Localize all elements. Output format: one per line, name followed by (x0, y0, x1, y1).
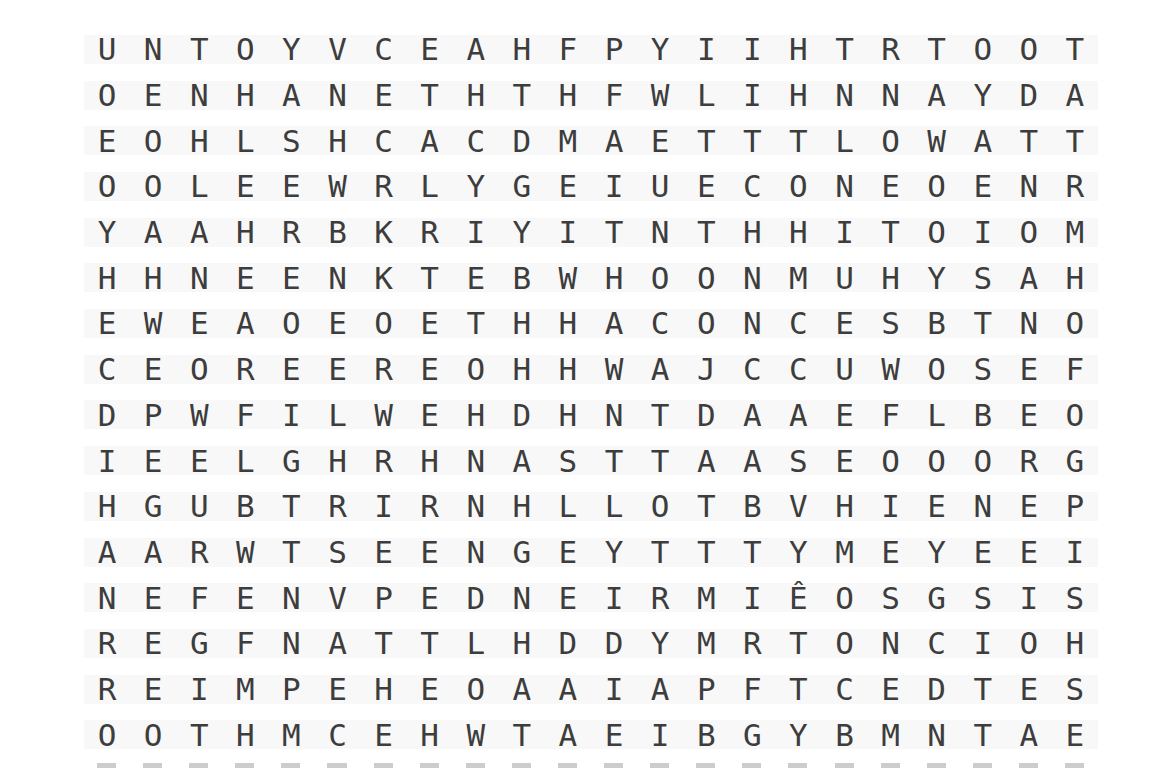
grid-cell[interactable]: O (960, 27, 1006, 73)
grid-cell[interactable]: V (314, 27, 360, 73)
grid-cell[interactable]: S (868, 301, 914, 347)
grid-cell[interactable]: S (314, 530, 360, 576)
grid-cell[interactable]: W (868, 347, 914, 393)
grid-cell[interactable]: T (591, 438, 637, 484)
grid-cell[interactable]: H (84, 484, 130, 530)
grid-cell[interactable]: A (1052, 73, 1098, 119)
grid-cell[interactable]: E (84, 118, 130, 164)
grid-cell[interactable]: E (222, 164, 268, 210)
grid-cell[interactable]: O (683, 301, 729, 347)
grid-cell[interactable]: E (130, 667, 176, 713)
grid-cell[interactable]: H (499, 621, 545, 667)
grid-cell[interactable]: E (222, 255, 268, 301)
grid-cell[interactable]: T (775, 667, 821, 713)
grid-cell[interactable]: E (130, 621, 176, 667)
grid-cell[interactable]: T (637, 530, 683, 576)
grid-cell[interactable]: P (683, 667, 729, 713)
grid-cell[interactable]: W (637, 73, 683, 119)
grid-cell[interactable]: M (545, 118, 591, 164)
grid-cell[interactable]: N (268, 621, 314, 667)
grid-cell[interactable]: O (84, 73, 130, 119)
grid-cell[interactable]: E (868, 667, 914, 713)
grid-cell[interactable]: E (821, 393, 867, 439)
grid-cell[interactable]: A (453, 27, 499, 73)
grid-cell[interactable]: E (314, 301, 360, 347)
grid-cell[interactable]: A (1006, 255, 1052, 301)
grid-cell[interactable]: O (130, 118, 176, 164)
grid-cell[interactable]: H (453, 73, 499, 119)
grid-cell[interactable]: N (176, 255, 222, 301)
grid-cell[interactable]: Y (637, 27, 683, 73)
grid-cell[interactable]: O (1006, 621, 1052, 667)
grid-cell[interactable]: T (683, 530, 729, 576)
grid-cell[interactable]: N (130, 27, 176, 73)
grid-cell[interactable]: A (775, 393, 821, 439)
grid-cell[interactable]: N (453, 484, 499, 530)
grid-cell[interactable]: W (545, 255, 591, 301)
grid-cell[interactable]: O (268, 301, 314, 347)
grid-cell[interactable]: N (821, 164, 867, 210)
grid-cell[interactable]: H (499, 484, 545, 530)
grid-cell[interactable]: O (130, 712, 176, 758)
grid-cell[interactable]: H (545, 73, 591, 119)
grid-cell[interactable]: H (499, 27, 545, 73)
grid-cell[interactable]: C (84, 347, 130, 393)
grid-cell[interactable]: C (637, 301, 683, 347)
grid-cell[interactable]: M (1052, 210, 1098, 256)
grid-cell[interactable]: A (545, 667, 591, 713)
grid-cell[interactable]: H (407, 438, 453, 484)
grid-cell[interactable]: E (1006, 393, 1052, 439)
grid-cell[interactable]: O (914, 210, 960, 256)
grid-cell[interactable]: F (222, 393, 268, 439)
grid-cell[interactable]: B (222, 484, 268, 530)
grid-cell[interactable]: Y (914, 255, 960, 301)
grid-cell[interactable]: S (868, 575, 914, 621)
grid-cell[interactable]: Y (453, 164, 499, 210)
grid-cell[interactable]: N (314, 73, 360, 119)
grid-cell[interactable]: E (1006, 347, 1052, 393)
grid-cell[interactable]: G (176, 621, 222, 667)
grid-cell[interactable]: E (545, 530, 591, 576)
grid-cell[interactable]: P (591, 27, 637, 73)
grid-cell[interactable]: O (637, 255, 683, 301)
grid-cell[interactable]: E (130, 73, 176, 119)
grid-cell[interactable]: M (683, 621, 729, 667)
grid-cell[interactable]: V (775, 484, 821, 530)
grid-cell[interactable]: I (84, 438, 130, 484)
grid-cell[interactable]: A (914, 73, 960, 119)
grid-cell[interactable]: E (683, 164, 729, 210)
grid-cell[interactable]: R (407, 484, 453, 530)
grid-cell[interactable]: O (868, 118, 914, 164)
grid-cell[interactable]: H (407, 712, 453, 758)
grid-cell[interactable]: H (499, 301, 545, 347)
grid-cell[interactable]: A (1006, 712, 1052, 758)
grid-cell[interactable]: H (545, 347, 591, 393)
grid-cell[interactable]: Ê (775, 575, 821, 621)
grid-cell[interactable]: E (130, 347, 176, 393)
grid-cell[interactable]: E (268, 255, 314, 301)
grid-cell[interactable]: L (222, 118, 268, 164)
grid-cell[interactable]: F (176, 575, 222, 621)
grid-cell[interactable]: I (591, 667, 637, 713)
grid-cell[interactable]: O (914, 347, 960, 393)
grid-cell[interactable]: G (499, 164, 545, 210)
grid-cell[interactable]: O (775, 164, 821, 210)
grid-cell[interactable]: O (821, 621, 867, 667)
grid-cell[interactable]: T (683, 484, 729, 530)
grid-cell[interactable]: F (729, 667, 775, 713)
grid-cell[interactable]: T (775, 621, 821, 667)
grid-cell[interactable]: A (268, 73, 314, 119)
grid-cell[interactable]: C (361, 27, 407, 73)
grid-cell[interactable]: N (176, 73, 222, 119)
grid-cell[interactable]: M (683, 575, 729, 621)
grid-cell[interactable]: I (453, 210, 499, 256)
grid-cell[interactable]: I (1006, 575, 1052, 621)
grid-cell[interactable]: H (314, 118, 360, 164)
grid-cell[interactable]: T (407, 621, 453, 667)
grid-cell[interactable]: N (84, 575, 130, 621)
grid-cell[interactable]: E (821, 301, 867, 347)
grid-cell[interactable]: A (960, 118, 1006, 164)
grid-cell[interactable]: N (821, 73, 867, 119)
grid-cell[interactable]: D (914, 667, 960, 713)
grid-cell[interactable]: R (361, 164, 407, 210)
grid-cell[interactable]: C (361, 118, 407, 164)
grid-cell[interactable]: H (729, 210, 775, 256)
grid-cell[interactable]: T (868, 210, 914, 256)
grid-cell[interactable]: K (361, 255, 407, 301)
grid-cell[interactable]: E (130, 438, 176, 484)
grid-cell[interactable]: B (821, 712, 867, 758)
grid-cell[interactable]: H (453, 393, 499, 439)
grid-cell[interactable]: T (683, 118, 729, 164)
grid-cell[interactable]: R (176, 530, 222, 576)
grid-cell[interactable]: U (176, 484, 222, 530)
grid-cell[interactable]: A (683, 438, 729, 484)
grid-cell[interactable]: O (222, 27, 268, 73)
grid-cell[interactable]: V (314, 575, 360, 621)
grid-cell[interactable]: R (637, 575, 683, 621)
grid-cell[interactable]: E (407, 27, 453, 73)
grid-cell[interactable]: I (176, 667, 222, 713)
grid-cell[interactable]: G (499, 530, 545, 576)
grid-cell[interactable]: T (176, 27, 222, 73)
grid-cell[interactable]: L (914, 393, 960, 439)
grid-cell[interactable]: R (84, 667, 130, 713)
grid-cell[interactable]: E (407, 301, 453, 347)
grid-cell[interactable]: Y (591, 530, 637, 576)
grid-cell[interactable]: E (84, 301, 130, 347)
grid-cell[interactable]: H (545, 301, 591, 347)
grid-cell[interactable]: T (268, 530, 314, 576)
grid-cell[interactable]: R (222, 347, 268, 393)
grid-cell[interactable]: Y (775, 712, 821, 758)
grid-cell[interactable]: L (407, 164, 453, 210)
grid-cell[interactable]: N (268, 575, 314, 621)
grid-cell[interactable]: T (361, 621, 407, 667)
grid-cell[interactable]: I (637, 712, 683, 758)
grid-cell[interactable]: E (407, 347, 453, 393)
grid-cell[interactable]: T (729, 530, 775, 576)
grid-cell[interactable]: I (729, 73, 775, 119)
grid-cell[interactable]: E (960, 164, 1006, 210)
grid-cell[interactable]: D (591, 621, 637, 667)
grid-cell[interactable]: L (222, 438, 268, 484)
grid-cell[interactable]: E (821, 438, 867, 484)
grid-cell[interactable]: E (407, 667, 453, 713)
grid-cell[interactable]: O (84, 712, 130, 758)
grid-cell[interactable]: Y (960, 73, 1006, 119)
grid-cell[interactable]: E (222, 575, 268, 621)
grid-cell[interactable]: A (314, 621, 360, 667)
grid-cell[interactable]: M (821, 530, 867, 576)
grid-cell[interactable]: R (868, 27, 914, 73)
grid-cell[interactable]: T (914, 27, 960, 73)
grid-cell[interactable]: C (729, 347, 775, 393)
grid-cell[interactable]: P (268, 667, 314, 713)
grid-cell[interactable]: P (361, 575, 407, 621)
grid-cell[interactable]: Y (637, 621, 683, 667)
grid-cell[interactable]: T (1052, 27, 1098, 73)
grid-cell[interactable]: N (591, 393, 637, 439)
grid-cell[interactable]: I (960, 210, 1006, 256)
grid-cell[interactable]: R (1006, 438, 1052, 484)
grid-cell[interactable]: H (314, 438, 360, 484)
grid-cell[interactable]: F (1052, 347, 1098, 393)
grid-cell[interactable]: N (960, 484, 1006, 530)
grid-cell[interactable]: B (499, 255, 545, 301)
grid-cell[interactable]: G (268, 438, 314, 484)
grid-cell[interactable]: O (176, 347, 222, 393)
grid-cell[interactable]: K (361, 210, 407, 256)
grid-cell[interactable]: E (361, 530, 407, 576)
grid-cell[interactable]: L (591, 484, 637, 530)
grid-cell[interactable]: O (1006, 210, 1052, 256)
grid-cell[interactable]: U (821, 255, 867, 301)
grid-cell[interactable]: R (268, 210, 314, 256)
grid-cell[interactable]: N (1006, 164, 1052, 210)
grid-cell[interactable]: T (176, 712, 222, 758)
grid-cell[interactable]: L (314, 393, 360, 439)
grid-cell[interactable]: Y (914, 530, 960, 576)
grid-cell[interactable]: E (914, 484, 960, 530)
grid-cell[interactable]: Y (775, 530, 821, 576)
grid-cell[interactable]: H (222, 712, 268, 758)
grid-cell[interactable]: H (84, 255, 130, 301)
grid-cell[interactable]: B (314, 210, 360, 256)
grid-cell[interactable]: N (314, 255, 360, 301)
grid-cell[interactable]: E (637, 118, 683, 164)
grid-cell[interactable]: P (1052, 484, 1098, 530)
grid-cell[interactable]: L (821, 118, 867, 164)
grid-cell[interactable]: U (637, 164, 683, 210)
grid-cell[interactable]: S (960, 347, 1006, 393)
grid-cell[interactable]: A (407, 118, 453, 164)
grid-cell[interactable]: A (729, 438, 775, 484)
grid-cell[interactable]: H (775, 73, 821, 119)
grid-cell[interactable]: B (683, 712, 729, 758)
grid-cell[interactable]: E (268, 164, 314, 210)
grid-cell[interactable]: S (775, 438, 821, 484)
grid-cell[interactable]: E (868, 164, 914, 210)
grid-cell[interactable]: I (545, 210, 591, 256)
grid-cell[interactable]: H (591, 255, 637, 301)
grid-cell[interactable]: O (1052, 301, 1098, 347)
grid-cell[interactable]: E (314, 347, 360, 393)
grid-cell[interactable]: P (130, 393, 176, 439)
grid-cell[interactable]: C (914, 621, 960, 667)
grid-cell[interactable]: H (775, 27, 821, 73)
grid-cell[interactable]: F (545, 27, 591, 73)
grid-cell[interactable]: R (407, 210, 453, 256)
grid-cell[interactable]: B (914, 301, 960, 347)
grid-cell[interactable]: I (591, 164, 637, 210)
grid-cell[interactable]: A (222, 301, 268, 347)
grid-cell[interactable]: T (499, 73, 545, 119)
grid-cell[interactable]: S (1052, 575, 1098, 621)
grid-cell[interactable]: I (683, 27, 729, 73)
grid-cell[interactable]: E (1006, 484, 1052, 530)
grid-cell[interactable]: L (453, 621, 499, 667)
grid-cell[interactable]: M (868, 712, 914, 758)
grid-cell[interactable]: E (453, 255, 499, 301)
grid-cell[interactable]: A (637, 667, 683, 713)
grid-cell[interactable]: O (914, 164, 960, 210)
grid-cell[interactable]: U (821, 347, 867, 393)
grid-cell[interactable]: O (960, 438, 1006, 484)
grid-cell[interactable]: I (821, 210, 867, 256)
grid-cell[interactable]: C (821, 667, 867, 713)
grid-cell[interactable]: C (775, 347, 821, 393)
grid-cell[interactable]: H (361, 667, 407, 713)
grid-cell[interactable]: S (268, 118, 314, 164)
grid-cell[interactable]: S (960, 255, 1006, 301)
grid-cell[interactable]: E (545, 164, 591, 210)
grid-cell[interactable]: A (591, 118, 637, 164)
grid-cell[interactable]: R (314, 484, 360, 530)
grid-cell[interactable]: O (1006, 27, 1052, 73)
grid-cell[interactable]: T (407, 73, 453, 119)
grid-cell[interactable]: E (1006, 530, 1052, 576)
grid-cell[interactable]: T (821, 27, 867, 73)
grid-cell[interactable]: M (222, 667, 268, 713)
grid-cell[interactable]: T (499, 712, 545, 758)
grid-cell[interactable]: S (1052, 667, 1098, 713)
grid-cell[interactable]: D (1006, 73, 1052, 119)
grid-cell[interactable]: W (361, 393, 407, 439)
grid-cell[interactable]: H (1052, 255, 1098, 301)
grid-cell[interactable]: W (591, 347, 637, 393)
grid-cell[interactable]: T (591, 210, 637, 256)
grid-cell[interactable]: G (914, 575, 960, 621)
grid-cell[interactable]: F (591, 73, 637, 119)
grid-cell[interactable]: I (729, 575, 775, 621)
grid-cell[interactable]: R (361, 438, 407, 484)
grid-cell[interactable]: E (268, 347, 314, 393)
grid-cell[interactable]: N (453, 438, 499, 484)
grid-cell[interactable]: M (775, 255, 821, 301)
grid-cell[interactable]: C (775, 301, 821, 347)
grid-cell[interactable]: I (729, 27, 775, 73)
grid-cell[interactable]: W (314, 164, 360, 210)
grid-cell[interactable]: R (1052, 164, 1098, 210)
grid-cell[interactable]: N (637, 210, 683, 256)
grid-cell[interactable]: E (361, 712, 407, 758)
grid-cell[interactable]: T (268, 484, 314, 530)
grid-cell[interactable]: E (407, 575, 453, 621)
grid-cell[interactable]: E (361, 73, 407, 119)
grid-cell[interactable]: E (407, 530, 453, 576)
grid-cell[interactable]: H (222, 73, 268, 119)
grid-cell[interactable]: T (960, 301, 1006, 347)
grid-cell[interactable]: L (683, 73, 729, 119)
grid-cell[interactable]: I (591, 575, 637, 621)
grid-cell[interactable]: O (683, 255, 729, 301)
grid-cell[interactable]: H (499, 347, 545, 393)
grid-cell[interactable]: A (729, 393, 775, 439)
grid-cell[interactable]: E (868, 530, 914, 576)
grid-cell[interactable]: A (499, 438, 545, 484)
grid-cell[interactable]: H (222, 210, 268, 256)
grid-cell[interactable]: R (729, 621, 775, 667)
grid-cell[interactable]: O (637, 484, 683, 530)
grid-cell[interactable]: I (361, 484, 407, 530)
grid-cell[interactable]: O (453, 347, 499, 393)
grid-cell[interactable]: C (453, 118, 499, 164)
grid-cell[interactable]: J (683, 347, 729, 393)
grid-cell[interactable]: H (821, 484, 867, 530)
grid-cell[interactable]: N (868, 73, 914, 119)
grid-cell[interactable]: W (222, 530, 268, 576)
grid-cell[interactable]: N (729, 301, 775, 347)
grid-cell[interactable]: Y (499, 210, 545, 256)
grid-cell[interactable]: T (1052, 118, 1098, 164)
grid-cell[interactable]: M (268, 712, 314, 758)
grid-cell[interactable]: O (361, 301, 407, 347)
grid-cell[interactable]: O (868, 438, 914, 484)
grid-cell[interactable]: R (84, 621, 130, 667)
grid-cell[interactable]: F (868, 393, 914, 439)
grid-cell[interactable]: O (1052, 393, 1098, 439)
grid-cell[interactable]: D (499, 118, 545, 164)
grid-cell[interactable]: H (868, 255, 914, 301)
grid-cell[interactable]: B (729, 484, 775, 530)
grid-cell[interactable]: D (499, 393, 545, 439)
grid-cell[interactable]: T (637, 393, 683, 439)
grid-cell[interactable]: E (1006, 667, 1052, 713)
grid-cell[interactable]: A (130, 530, 176, 576)
grid-cell[interactable]: E (407, 393, 453, 439)
grid-cell[interactable]: T (407, 255, 453, 301)
grid-cell[interactable]: I (960, 621, 1006, 667)
grid-cell[interactable]: L (176, 164, 222, 210)
grid-cell[interactable]: N (729, 255, 775, 301)
grid-cell[interactable]: T (453, 301, 499, 347)
grid-cell[interactable]: O (453, 667, 499, 713)
grid-cell[interactable]: D (453, 575, 499, 621)
grid-cell[interactable]: C (729, 164, 775, 210)
grid-cell[interactable]: T (637, 438, 683, 484)
grid-cell[interactable]: E (176, 438, 222, 484)
grid-cell[interactable]: N (499, 575, 545, 621)
grid-cell[interactable]: A (176, 210, 222, 256)
grid-cell[interactable]: N (914, 712, 960, 758)
grid-cell[interactable]: D (84, 393, 130, 439)
grid-cell[interactable]: W (453, 712, 499, 758)
